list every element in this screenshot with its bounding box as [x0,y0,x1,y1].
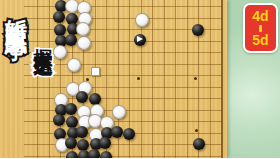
star-point [194,77,197,80]
black-stone[interactable] [193,138,205,150]
grid-line [210,0,211,158]
banner-text: 斩断实战恶手 [1,1,31,25]
grid-line [24,64,222,65]
white-stone[interactable] [76,22,90,36]
black-stone[interactable] [66,151,78,159]
black-stone[interactable] [123,128,135,140]
white-stone[interactable] [112,105,126,119]
black-stone[interactable] [76,91,88,103]
black-stone[interactable] [65,103,77,115]
grid-line [24,75,222,76]
grid-line [49,0,50,158]
black-stone[interactable] [53,11,65,23]
star-point [195,129,198,132]
black-stone[interactable] [192,24,204,36]
white-stone[interactable] [135,13,149,27]
black-stone[interactable] [134,34,146,46]
white-stone[interactable] [53,45,67,59]
black-stone[interactable] [99,137,111,149]
rank-badge: 4d 5d [243,3,278,53]
black-stone[interactable] [100,151,112,159]
grid-line [187,0,188,158]
white-stone[interactable] [77,36,91,50]
black-stone[interactable] [76,126,88,138]
triangle-marker-icon [137,36,143,42]
black-stone[interactable] [88,149,100,159]
grid-line [175,0,176,158]
grid-line [37,0,38,158]
badge-rank-bottom: 5d [252,33,268,48]
grid-line [24,87,222,88]
grid-line [24,156,222,157]
square-marker [91,67,100,76]
black-stone[interactable] [65,137,77,149]
grid-line [152,0,153,158]
badge-divider [259,25,262,32]
black-stone[interactable] [111,126,123,138]
star-point [137,77,140,80]
grid-line [164,0,165,158]
white-stone[interactable] [67,58,81,72]
thumbnail: 斩断实战恶手 探索棋之正道 4d 5d [0,0,280,158]
black-stone[interactable] [53,114,65,126]
subtitle-vertical: 探索棋之正道 [30,33,56,45]
grid-line [221,0,223,158]
go-board[interactable] [0,0,227,158]
badge-rank-top: 4d [252,9,268,24]
star-point [86,78,89,81]
black-stone[interactable] [65,34,77,46]
grid-line [24,6,222,7]
